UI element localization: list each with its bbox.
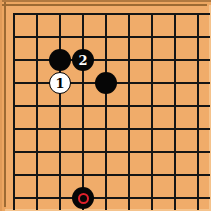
intersection [164, 49, 187, 72]
intersection [72, 72, 95, 95]
intersection [26, 118, 49, 141]
intersection [118, 26, 141, 49]
intersection [72, 141, 95, 164]
intersection [118, 95, 141, 118]
intersection [141, 49, 164, 72]
intersection [141, 26, 164, 49]
intersection [141, 118, 164, 141]
intersection [118, 3, 141, 26]
intersection [26, 72, 49, 95]
intersection [3, 3, 26, 26]
intersection [95, 72, 118, 95]
intersection [49, 26, 72, 49]
intersection [26, 26, 49, 49]
intersection [187, 141, 210, 164]
intersection [49, 141, 72, 164]
intersection [3, 95, 26, 118]
intersection [187, 3, 210, 26]
board-grid: 21 [3, 3, 210, 210]
black-stone-circled [72, 187, 94, 209]
intersection [164, 95, 187, 118]
intersection [26, 95, 49, 118]
intersection [95, 49, 118, 72]
intersection [72, 3, 95, 26]
intersection [72, 164, 95, 187]
black-stone [49, 49, 71, 71]
intersection [164, 141, 187, 164]
intersection [164, 164, 187, 187]
intersection [141, 3, 164, 26]
intersection [187, 187, 210, 210]
intersection [164, 187, 187, 210]
intersection [187, 95, 210, 118]
intersection [118, 49, 141, 72]
intersection [26, 3, 49, 26]
intersection [187, 164, 210, 187]
intersection [72, 26, 95, 49]
move-number-label: 1 [55, 76, 64, 89]
intersection [118, 164, 141, 187]
intersection [164, 26, 187, 49]
intersection [95, 26, 118, 49]
intersection: 2 [72, 49, 95, 72]
intersection [3, 187, 26, 210]
intersection [141, 95, 164, 118]
intersection [26, 141, 49, 164]
intersection [164, 118, 187, 141]
intersection [118, 187, 141, 210]
frame-bevel-top [0, 0, 211, 2]
white-stone-move-1: 1 [49, 72, 71, 94]
intersection [49, 95, 72, 118]
intersection [49, 164, 72, 187]
intersection [141, 187, 164, 210]
intersection [95, 164, 118, 187]
intersection [72, 95, 95, 118]
black-stone-move-2: 2 [72, 49, 94, 71]
intersection [49, 49, 72, 72]
intersection [26, 187, 49, 210]
intersection [95, 3, 118, 26]
intersection [118, 118, 141, 141]
intersection [118, 72, 141, 95]
go-diagram: 21 [0, 0, 211, 211]
intersection [3, 26, 26, 49]
circle-marker-icon [78, 193, 89, 204]
intersection [141, 72, 164, 95]
intersection [187, 72, 210, 95]
intersection [95, 141, 118, 164]
intersection [187, 26, 210, 49]
intersection [164, 72, 187, 95]
intersection [49, 118, 72, 141]
move-number-label: 2 [78, 53, 87, 66]
intersection [3, 72, 26, 95]
intersection [3, 164, 26, 187]
intersection [95, 187, 118, 210]
intersection [72, 118, 95, 141]
intersection [164, 3, 187, 26]
intersection [49, 187, 72, 210]
intersection [141, 164, 164, 187]
intersection [187, 118, 210, 141]
intersection [3, 141, 26, 164]
intersection: 1 [49, 72, 72, 95]
intersection [3, 118, 26, 141]
intersection [118, 141, 141, 164]
intersection [49, 3, 72, 26]
intersection [95, 118, 118, 141]
black-stone [95, 72, 117, 94]
intersection [3, 49, 26, 72]
frame-bevel-left [0, 0, 2, 211]
intersection [95, 95, 118, 118]
intersection [141, 141, 164, 164]
intersection [26, 164, 49, 187]
intersection [26, 49, 49, 72]
intersection [72, 187, 95, 210]
intersection [187, 49, 210, 72]
